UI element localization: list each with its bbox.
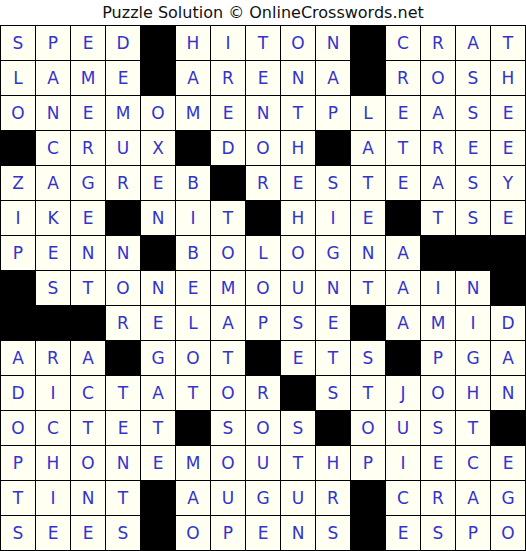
cell-r1c3[interactable]: E <box>71 26 105 60</box>
cell-r8c14[interactable]: N <box>456 271 490 305</box>
cell-r9c14[interactable]: I <box>456 306 490 340</box>
cell-r4c8[interactable]: O <box>246 131 280 165</box>
cell-r9c4[interactable]: R <box>106 306 140 340</box>
cell-r7c12[interactable]: A <box>386 236 420 270</box>
black-cell-r9c3 <box>71 306 105 340</box>
cell-r15c1[interactable]: S <box>1 516 35 550</box>
cell-r12c5[interactable]: T <box>141 411 175 445</box>
cell-r14c3[interactable]: N <box>71 481 105 515</box>
cell-r6c9[interactable]: H <box>281 201 315 235</box>
cell-r10c5[interactable]: G <box>141 341 175 375</box>
cell-r10c1[interactable]: A <box>1 341 35 375</box>
black-cell-r9c2 <box>36 306 70 340</box>
cell-r3c15[interactable]: E <box>491 96 525 130</box>
cell-r8c2[interactable]: S <box>36 271 70 305</box>
cell-r11c2[interactable]: I <box>36 376 70 410</box>
cell-r8c6[interactable]: E <box>176 271 210 305</box>
cell-r5c5[interactable]: E <box>141 166 175 200</box>
cell-r12c14[interactable]: T <box>456 411 490 445</box>
black-cell-r10c12 <box>386 341 420 375</box>
black-cell-r7c14 <box>456 236 490 270</box>
cell-r5c4[interactable]: R <box>106 166 140 200</box>
cell-r2c6[interactable]: A <box>176 61 210 95</box>
cell-r11c14[interactable]: H <box>456 376 490 410</box>
black-cell-r4c10 <box>316 131 350 165</box>
cell-r15c6[interactable]: O <box>176 516 210 550</box>
puzzle-solution-page: Puzzle Solution © OnlineCrosswords.net S… <box>0 0 526 551</box>
black-cell-r15c11 <box>351 516 385 550</box>
cell-r14c8[interactable]: G <box>246 481 280 515</box>
cell-r1c9[interactable]: O <box>281 26 315 60</box>
black-cell-r12c10 <box>316 411 350 445</box>
cell-r10c11[interactable]: S <box>351 341 385 375</box>
cell-r7c1[interactable]: P <box>1 236 35 270</box>
cell-r3c1[interactable]: O <box>1 96 35 130</box>
cell-r3c14[interactable]: S <box>456 96 490 130</box>
cell-r11c1[interactable]: D <box>1 376 35 410</box>
cell-r15c12[interactable]: E <box>386 516 420 550</box>
cell-r4c15[interactable]: E <box>491 131 525 165</box>
cell-r8c12[interactable]: A <box>386 271 420 305</box>
cell-r10c14[interactable]: G <box>456 341 490 375</box>
cell-r11c6[interactable]: T <box>176 376 210 410</box>
cell-r10c15[interactable]: A <box>491 341 525 375</box>
cell-r5c2[interactable]: A <box>36 166 70 200</box>
cell-r5c11[interactable]: T <box>351 166 385 200</box>
cell-r6c2[interactable]: K <box>36 201 70 235</box>
black-cell-r6c4 <box>106 201 140 235</box>
cell-r9c5[interactable]: E <box>141 306 175 340</box>
cell-r3c11[interactable]: L <box>351 96 385 130</box>
black-cell-r8c15 <box>491 271 525 305</box>
cell-r11c3[interactable]: C <box>71 376 105 410</box>
cell-r2c3[interactable]: M <box>71 61 105 95</box>
black-cell-r15c5 <box>141 516 175 550</box>
cell-r6c7[interactable]: T <box>211 201 245 235</box>
cell-r4c11[interactable]: A <box>351 131 385 165</box>
cell-r11c7[interactable]: O <box>211 376 245 410</box>
black-cell-r9c1 <box>1 306 35 340</box>
black-cell-r11c9 <box>281 376 315 410</box>
cell-r6c3[interactable]: E <box>71 201 105 235</box>
cell-r9c8[interactable]: P <box>246 306 280 340</box>
cell-r7c7[interactable]: O <box>211 236 245 270</box>
cell-r8c4[interactable]: O <box>106 271 140 305</box>
cell-r1c15[interactable]: T <box>491 26 525 60</box>
cell-r7c3[interactable]: N <box>71 236 105 270</box>
cell-r13c12[interactable]: I <box>386 446 420 480</box>
black-cell-r7c15 <box>491 236 525 270</box>
cell-r11c4[interactable]: T <box>106 376 140 410</box>
cell-r13c15[interactable]: E <box>491 446 525 480</box>
cell-r1c14[interactable]: A <box>456 26 490 60</box>
cell-r6c6[interactable]: I <box>176 201 210 235</box>
cell-r8c8[interactable]: O <box>246 271 280 305</box>
cell-r7c6[interactable]: B <box>176 236 210 270</box>
cell-r12c8[interactable]: O <box>246 411 280 445</box>
black-cell-r6c8 <box>246 201 280 235</box>
cell-r15c8[interactable]: E <box>246 516 280 550</box>
cell-r11c11[interactable]: T <box>351 376 385 410</box>
cell-r9c6[interactable]: L <box>176 306 210 340</box>
cell-r4c4[interactable]: U <box>106 131 140 165</box>
black-cell-r7c13 <box>421 236 455 270</box>
cell-r13c7[interactable]: O <box>211 446 245 480</box>
cell-r3c2[interactable]: N <box>36 96 70 130</box>
cell-r11c15[interactable]: N <box>491 376 525 410</box>
cell-r10c6[interactable]: O <box>176 341 210 375</box>
cell-r1c12[interactable]: C <box>386 26 420 60</box>
cell-r15c7[interactable]: P <box>211 516 245 550</box>
cell-r7c9[interactable]: O <box>281 236 315 270</box>
cell-r13c6[interactable]: M <box>176 446 210 480</box>
cell-r4c13[interactable]: R <box>421 131 455 165</box>
cell-r13c3[interactable]: O <box>71 446 105 480</box>
cell-r7c4[interactable]: N <box>106 236 140 270</box>
cell-r6c14[interactable]: S <box>456 201 490 235</box>
cell-r11c13[interactable]: O <box>421 376 455 410</box>
crossword-grid: SPEDHITONCRATLAMEARENAROSHONEMOMENTPLEAS… <box>0 25 526 551</box>
cell-r3c5[interactable]: O <box>141 96 175 130</box>
cell-r9c13[interactable]: M <box>421 306 455 340</box>
cell-r2c4[interactable]: E <box>106 61 140 95</box>
cell-r3c12[interactable]: E <box>386 96 420 130</box>
cell-r3c3[interactable]: E <box>71 96 105 130</box>
cell-r13c11[interactable]: P <box>351 446 385 480</box>
cell-r10c13[interactable]: P <box>421 341 455 375</box>
cell-r14c14[interactable]: A <box>456 481 490 515</box>
cell-r2c14[interactable]: S <box>456 61 490 95</box>
cell-r2c1[interactable]: L <box>1 61 35 95</box>
cell-r8c11[interactable]: T <box>351 271 385 305</box>
cell-r12c9[interactable]: S <box>281 411 315 445</box>
cell-r5c3[interactable]: G <box>71 166 105 200</box>
cell-r7c11[interactable]: N <box>351 236 385 270</box>
cell-r2c9[interactable]: N <box>281 61 315 95</box>
cell-r10c7[interactable]: T <box>211 341 245 375</box>
cell-r10c9[interactable]: E <box>281 341 315 375</box>
cell-r4c9[interactable]: H <box>281 131 315 165</box>
cell-r2c7[interactable]: R <box>211 61 245 95</box>
cell-r2c2[interactable]: A <box>36 61 70 95</box>
black-cell-r12c15 <box>491 411 525 445</box>
cell-r15c2[interactable]: E <box>36 516 70 550</box>
cell-r14c4[interactable]: T <box>106 481 140 515</box>
cell-r12c2[interactable]: C <box>36 411 70 445</box>
black-cell-r7c5 <box>141 236 175 270</box>
black-cell-r5c7 <box>211 166 245 200</box>
cell-r12c11[interactable]: O <box>351 411 385 445</box>
cell-r15c13[interactable]: S <box>421 516 455 550</box>
cell-r1c8[interactable]: T <box>246 26 280 60</box>
cell-r3c6[interactable]: M <box>176 96 210 130</box>
black-cell-r10c4 <box>106 341 140 375</box>
cell-r14c9[interactable]: U <box>281 481 315 515</box>
cell-r8c3[interactable]: T <box>71 271 105 305</box>
cell-r12c4[interactable]: E <box>106 411 140 445</box>
cell-r8c13[interactable]: I <box>421 271 455 305</box>
cell-r1c7[interactable]: I <box>211 26 245 60</box>
cell-r3c9[interactable]: T <box>281 96 315 130</box>
cell-r5c8[interactable]: R <box>246 166 280 200</box>
cell-r14c13[interactable]: R <box>421 481 455 515</box>
cell-r9c7[interactable]: A <box>211 306 245 340</box>
cell-r5c13[interactable]: A <box>421 166 455 200</box>
cell-r6c13[interactable]: T <box>421 201 455 235</box>
cell-r10c3[interactable]: A <box>71 341 105 375</box>
cell-r14c10[interactable]: R <box>316 481 350 515</box>
cell-r3c4[interactable]: M <box>106 96 140 130</box>
cell-r13c10[interactable]: H <box>316 446 350 480</box>
cell-r4c12[interactable]: T <box>386 131 420 165</box>
cell-r11c10[interactable]: S <box>316 376 350 410</box>
cell-r3c10[interactable]: P <box>316 96 350 130</box>
cell-r13c2[interactable]: H <box>36 446 70 480</box>
cell-r2c15[interactable]: H <box>491 61 525 95</box>
black-cell-r14c5 <box>141 481 175 515</box>
cell-r7c2[interactable]: E <box>36 236 70 270</box>
black-cell-r14c11 <box>351 481 385 515</box>
cell-r13c14[interactable]: C <box>456 446 490 480</box>
cell-r2c13[interactable]: O <box>421 61 455 95</box>
cell-r1c4[interactable]: D <box>106 26 140 60</box>
cell-r5c10[interactable]: S <box>316 166 350 200</box>
cell-r1c13[interactable]: R <box>421 26 455 60</box>
cell-r13c9[interactable]: T <box>281 446 315 480</box>
cell-r1c6[interactable]: H <box>176 26 210 60</box>
cell-r2c12[interactable]: R <box>386 61 420 95</box>
cell-r15c15[interactable]: O <box>491 516 525 550</box>
cell-r5c9[interactable]: E <box>281 166 315 200</box>
cell-r14c2[interactable]: I <box>36 481 70 515</box>
cell-r3c13[interactable]: A <box>421 96 455 130</box>
cell-r14c7[interactable]: U <box>211 481 245 515</box>
cell-r13c1[interactable]: P <box>1 446 35 480</box>
cell-r9c9[interactable]: S <box>281 306 315 340</box>
cell-r13c13[interactable]: E <box>421 446 455 480</box>
cell-r3c7[interactable]: E <box>211 96 245 130</box>
cell-r15c9[interactable]: N <box>281 516 315 550</box>
cell-r5c12[interactable]: E <box>386 166 420 200</box>
cell-r6c10[interactable]: I <box>316 201 350 235</box>
cell-r6c11[interactable]: E <box>351 201 385 235</box>
cell-r15c4[interactable]: S <box>106 516 140 550</box>
cell-r4c3[interactable]: R <box>71 131 105 165</box>
cell-r12c7[interactable]: S <box>211 411 245 445</box>
cell-r4c5[interactable]: X <box>141 131 175 165</box>
black-cell-r10c8 <box>246 341 280 375</box>
cell-r10c2[interactable]: R <box>36 341 70 375</box>
cell-r12c13[interactable]: S <box>421 411 455 445</box>
cell-r9c10[interactable]: E <box>316 306 350 340</box>
cell-r2c10[interactable]: A <box>316 61 350 95</box>
cell-r13c5[interactable]: E <box>141 446 175 480</box>
cell-r14c15[interactable]: G <box>491 481 525 515</box>
cell-r6c5[interactable]: N <box>141 201 175 235</box>
cell-r4c2[interactable]: C <box>36 131 70 165</box>
cell-r15c10[interactable]: S <box>316 516 350 550</box>
cell-r10c10[interactable]: T <box>316 341 350 375</box>
cell-r5c6[interactable]: B <box>176 166 210 200</box>
cell-r11c12[interactable]: J <box>386 376 420 410</box>
cell-r6c1[interactable]: I <box>1 201 35 235</box>
cell-r14c1[interactable]: T <box>1 481 35 515</box>
cell-r13c4[interactable]: N <box>106 446 140 480</box>
cell-r4c7[interactable]: D <box>211 131 245 165</box>
cell-r9c12[interactable]: A <box>386 306 420 340</box>
cell-r4c14[interactable]: E <box>456 131 490 165</box>
cell-r11c8[interactable]: R <box>246 376 280 410</box>
black-cell-r2c5 <box>141 61 175 95</box>
cell-r11c5[interactable]: A <box>141 376 175 410</box>
black-cell-r2c11 <box>351 61 385 95</box>
cell-r12c3[interactable]: T <box>71 411 105 445</box>
cell-r9c15[interactable]: D <box>491 306 525 340</box>
cell-r6c15[interactable]: E <box>491 201 525 235</box>
cell-r12c12[interactable]: U <box>386 411 420 445</box>
cell-r15c14[interactable]: P <box>456 516 490 550</box>
cell-r7c10[interactable]: G <box>316 236 350 270</box>
cell-r14c6[interactable]: A <box>176 481 210 515</box>
cell-r15c3[interactable]: E <box>71 516 105 550</box>
cell-r2c8[interactable]: E <box>246 61 280 95</box>
black-cell-r4c1 <box>1 131 35 165</box>
cell-r5c15[interactable]: Y <box>491 166 525 200</box>
cell-r1c2[interactable]: P <box>36 26 70 60</box>
black-cell-r4c6 <box>176 131 210 165</box>
black-cell-r9c11 <box>351 306 385 340</box>
black-cell-r8c1 <box>1 271 35 305</box>
cell-r7c8[interactable]: L <box>246 236 280 270</box>
cell-r8c10[interactable]: N <box>316 271 350 305</box>
cell-r5c1[interactable]: Z <box>1 166 35 200</box>
cell-r1c10[interactable]: N <box>316 26 350 60</box>
cell-r14c12[interactable]: C <box>386 481 420 515</box>
cell-r12c1[interactable]: O <box>1 411 35 445</box>
cell-r5c14[interactable]: S <box>456 166 490 200</box>
black-cell-r1c5 <box>141 26 175 60</box>
page-title: Puzzle Solution © OnlineCrosswords.net <box>0 0 526 25</box>
cell-r13c8[interactable]: U <box>246 446 280 480</box>
black-cell-r1c11 <box>351 26 385 60</box>
cell-r8c9[interactable]: U <box>281 271 315 305</box>
black-cell-r12c6 <box>176 411 210 445</box>
cell-r1c1[interactable]: S <box>1 26 35 60</box>
cell-r3c8[interactable]: N <box>246 96 280 130</box>
cell-r8c5[interactable]: N <box>141 271 175 305</box>
black-cell-r6c12 <box>386 201 420 235</box>
cell-r8c7[interactable]: M <box>211 271 245 305</box>
